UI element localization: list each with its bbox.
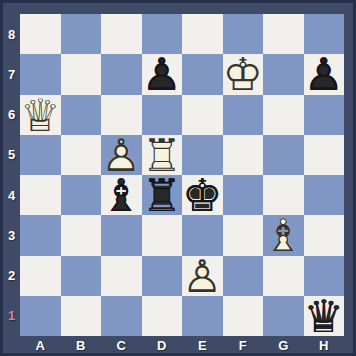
black-bishop-outline-glyph: ♗: [101, 175, 142, 215]
rank-label-4: 4: [3, 175, 20, 215]
rank-label-8: 8: [3, 14, 20, 54]
black-king-glyph: ♚: [182, 175, 223, 215]
square-f6[interactable]: [223, 95, 264, 135]
square-d8[interactable]: [142, 14, 183, 54]
black-queen-outline-glyph: ♕: [304, 296, 345, 336]
square-h7[interactable]: ♟♙: [304, 54, 345, 94]
square-f4[interactable]: [223, 175, 264, 215]
white-rook-outline-glyph: ♖: [142, 135, 183, 175]
square-b3[interactable]: [61, 215, 102, 255]
square-h1[interactable]: ♛♕: [304, 296, 345, 336]
square-a6[interactable]: ♛♕: [20, 95, 61, 135]
square-b5[interactable]: [61, 135, 102, 175]
square-h2[interactable]: [304, 256, 345, 296]
square-a1[interactable]: [20, 296, 61, 336]
black-bishop-glyph: ♝: [101, 175, 142, 215]
square-a7[interactable]: [20, 54, 61, 94]
piece-black-pawn[interactable]: ♟♙: [142, 54, 183, 94]
file-labels: ABCDEFGH: [20, 336, 344, 355]
black-pawn-glyph: ♟: [142, 54, 183, 94]
file-label-e: E: [182, 336, 223, 355]
file-label-h: H: [304, 336, 345, 355]
piece-black-bishop[interactable]: ♝♗: [101, 175, 142, 215]
piece-white-rook[interactable]: ♜♖: [142, 135, 183, 175]
square-a4[interactable]: [20, 175, 61, 215]
square-e5[interactable]: [182, 135, 223, 175]
square-c7[interactable]: [101, 54, 142, 94]
black-pawn-outline-glyph: ♙: [304, 54, 345, 94]
white-bishop-outline-glyph: ♗: [263, 215, 304, 255]
square-a8[interactable]: [20, 14, 61, 54]
square-d1[interactable]: [142, 296, 183, 336]
file-label-d: D: [142, 336, 183, 355]
black-king-outline-glyph: ♔: [182, 175, 223, 215]
square-e2[interactable]: ♟♙: [182, 256, 223, 296]
square-c3[interactable]: [101, 215, 142, 255]
piece-white-king[interactable]: ♚♔: [223, 54, 264, 94]
square-d7[interactable]: ♟♙: [142, 54, 183, 94]
white-pawn-outline-glyph: ♙: [101, 135, 142, 175]
square-h6[interactable]: [304, 95, 345, 135]
square-h4[interactable]: [304, 175, 345, 215]
file-label-a: A: [20, 336, 61, 355]
square-f5[interactable]: [223, 135, 264, 175]
square-b2[interactable]: [61, 256, 102, 296]
square-c8[interactable]: [101, 14, 142, 54]
chess-board: ♟♙♚♔♟♙♛♕♟♙♜♖♝♗♜♖♚♔♝♗♟♙♛♕: [20, 14, 344, 336]
square-f7[interactable]: ♚♔: [223, 54, 264, 94]
rank-label-7: 7: [3, 54, 20, 94]
white-queen-glyph: ♛: [20, 95, 61, 135]
black-queen-glyph: ♛: [304, 296, 345, 336]
square-a5[interactable]: [20, 135, 61, 175]
piece-white-pawn[interactable]: ♟♙: [101, 135, 142, 175]
square-c4[interactable]: ♝♗: [101, 175, 142, 215]
black-pawn-outline-glyph: ♙: [142, 54, 183, 94]
square-e1[interactable]: [182, 296, 223, 336]
square-b4[interactable]: [61, 175, 102, 215]
square-c2[interactable]: [101, 256, 142, 296]
square-g3[interactable]: ♝♗: [263, 215, 304, 255]
square-a2[interactable]: [20, 256, 61, 296]
piece-black-queen[interactable]: ♛♕: [304, 296, 345, 336]
square-h8[interactable]: [304, 14, 345, 54]
square-d5[interactable]: ♜♖: [142, 135, 183, 175]
square-a3[interactable]: [20, 215, 61, 255]
black-pawn-glyph: ♟: [304, 54, 345, 94]
square-e4[interactable]: ♚♔: [182, 175, 223, 215]
square-g6[interactable]: [263, 95, 304, 135]
square-g5[interactable]: [263, 135, 304, 175]
square-f1[interactable]: [223, 296, 264, 336]
square-b1[interactable]: [61, 296, 102, 336]
piece-white-bishop[interactable]: ♝♗: [263, 215, 304, 255]
chess-diagram: 87654321 ♟♙♚♔♟♙♛♕♟♙♜♖♝♗♜♖♚♔♝♗♟♙♛♕ ABCDEF…: [0, 0, 356, 356]
white-rook-glyph: ♜: [142, 135, 183, 175]
square-b6[interactable]: [61, 95, 102, 135]
file-label-c: C: [101, 336, 142, 355]
square-h5[interactable]: [304, 135, 345, 175]
square-g2[interactable]: [263, 256, 304, 296]
black-rook-glyph: ♜: [142, 175, 183, 215]
white-queen-outline-glyph: ♕: [20, 95, 61, 135]
white-bishop-glyph: ♝: [263, 215, 304, 255]
piece-white-pawn[interactable]: ♟♙: [182, 256, 223, 296]
rank-label-2: 2: [3, 256, 20, 296]
file-label-f: F: [223, 336, 264, 355]
square-d4[interactable]: ♜♖: [142, 175, 183, 215]
square-h3[interactable]: [304, 215, 345, 255]
square-e8[interactable]: [182, 14, 223, 54]
square-f8[interactable]: [223, 14, 264, 54]
square-f3[interactable]: [223, 215, 264, 255]
square-c5[interactable]: ♟♙: [101, 135, 142, 175]
piece-black-rook[interactable]: ♜♖: [142, 175, 183, 215]
white-king-glyph: ♚: [223, 54, 264, 94]
rank-label-1: 1: [3, 296, 20, 336]
square-b7[interactable]: [61, 54, 102, 94]
file-label-b: B: [61, 336, 102, 355]
square-g4[interactable]: [263, 175, 304, 215]
white-king-outline-glyph: ♔: [223, 54, 264, 94]
rank-label-6: 6: [3, 95, 20, 135]
white-pawn-glyph: ♟: [101, 135, 142, 175]
white-pawn-outline-glyph: ♙: [182, 256, 223, 296]
square-d6[interactable]: [142, 95, 183, 135]
rank-labels: 87654321: [3, 14, 20, 336]
rank-label-5: 5: [3, 135, 20, 175]
square-b8[interactable]: [61, 14, 102, 54]
black-rook-outline-glyph: ♖: [142, 175, 183, 215]
square-f2[interactable]: [223, 256, 264, 296]
square-e6[interactable]: [182, 95, 223, 135]
square-c6[interactable]: [101, 95, 142, 135]
square-c1[interactable]: [101, 296, 142, 336]
piece-black-pawn[interactable]: ♟♙: [304, 54, 345, 94]
rank-label-3: 3: [3, 215, 20, 255]
square-g8[interactable]: [263, 14, 304, 54]
square-e3[interactable]: [182, 215, 223, 255]
piece-white-queen[interactable]: ♛♕: [20, 95, 61, 135]
square-d2[interactable]: [142, 256, 183, 296]
square-g1[interactable]: [263, 296, 304, 336]
file-label-g: G: [263, 336, 304, 355]
square-e7[interactable]: [182, 54, 223, 94]
piece-black-king[interactable]: ♚♔: [182, 175, 223, 215]
white-pawn-glyph: ♟: [182, 256, 223, 296]
square-d3[interactable]: [142, 215, 183, 255]
square-g7[interactable]: [263, 54, 304, 94]
